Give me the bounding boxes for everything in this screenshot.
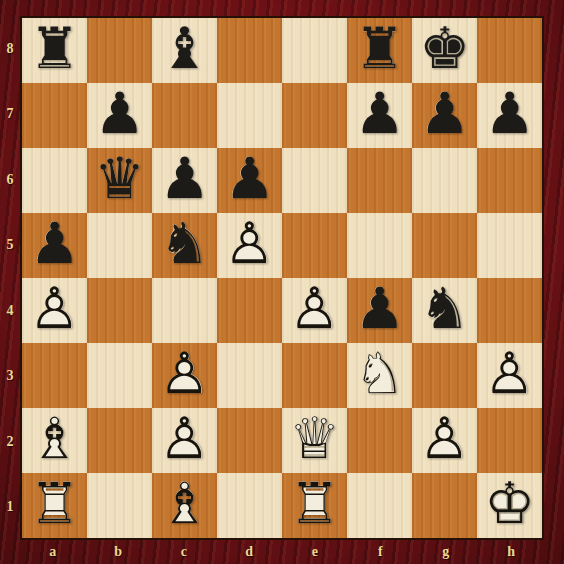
square-b3[interactable] (87, 343, 152, 408)
square-e6[interactable] (282, 148, 347, 213)
white-pawn[interactable]: ♟♙ (282, 278, 347, 343)
black-rook[interactable]: ♖♜ (22, 18, 87, 83)
file-label-d: d (217, 540, 283, 564)
rank-coordinates: 87654321 (0, 16, 20, 540)
square-c5[interactable]: ♘♞ (152, 213, 217, 278)
square-e1[interactable]: ♜♖ (282, 473, 347, 538)
file-label-h: h (479, 540, 545, 564)
square-h2[interactable] (477, 408, 542, 473)
square-a1[interactable]: ♜♖ (22, 473, 87, 538)
square-d3[interactable] (217, 343, 282, 408)
square-a5[interactable]: ♙♟ (22, 213, 87, 278)
board-frame: ♖♜♗♝♖♜♔♚♙♟♙♟♙♟♙♟♕♛♙♟♙♟♙♟♘♞♟♙♟♙♟♙♙♟♘♞♟♙♞♘… (0, 0, 564, 564)
black-pawn[interactable]: ♙♟ (412, 83, 477, 148)
rank-label-6: 6 (0, 147, 20, 213)
square-d2[interactable] (217, 408, 282, 473)
square-a4[interactable]: ♟♙ (22, 278, 87, 343)
black-pawn[interactable]: ♙♟ (87, 83, 152, 148)
white-queen[interactable]: ♛♕ (282, 408, 347, 473)
file-coordinates: abcdefgh (20, 540, 544, 564)
black-pawn[interactable]: ♙♟ (477, 83, 542, 148)
square-c4[interactable] (152, 278, 217, 343)
file-label-e: e (282, 540, 348, 564)
square-b8[interactable] (87, 18, 152, 83)
rank-label-7: 7 (0, 82, 20, 148)
square-g1[interactable] (412, 473, 477, 538)
white-bishop[interactable]: ♝♗ (22, 408, 87, 473)
square-d1[interactable] (217, 473, 282, 538)
square-b1[interactable] (87, 473, 152, 538)
white-pawn[interactable]: ♟♙ (152, 408, 217, 473)
square-a6[interactable] (22, 148, 87, 213)
white-pawn[interactable]: ♟♙ (412, 408, 477, 473)
square-a8[interactable]: ♖♜ (22, 18, 87, 83)
square-c6[interactable]: ♙♟ (152, 148, 217, 213)
square-d5[interactable]: ♟♙ (217, 213, 282, 278)
square-c7[interactable] (152, 83, 217, 148)
chess-board: ♖♜♗♝♖♜♔♚♙♟♙♟♙♟♙♟♕♛♙♟♙♟♙♟♘♞♟♙♟♙♟♙♙♟♘♞♟♙♞♘… (20, 16, 544, 540)
white-rook[interactable]: ♜♖ (22, 473, 87, 538)
black-pawn[interactable]: ♙♟ (347, 83, 412, 148)
black-bishop[interactable]: ♗♝ (152, 18, 217, 83)
square-e4[interactable]: ♟♙ (282, 278, 347, 343)
square-e5[interactable] (282, 213, 347, 278)
square-g7[interactable]: ♙♟ (412, 83, 477, 148)
white-rook[interactable]: ♜♖ (282, 473, 347, 538)
square-f5[interactable] (347, 213, 412, 278)
square-e2[interactable]: ♛♕ (282, 408, 347, 473)
black-pawn[interactable]: ♙♟ (217, 148, 282, 213)
square-h5[interactable] (477, 213, 542, 278)
square-b5[interactable] (87, 213, 152, 278)
square-h3[interactable]: ♟♙ (477, 343, 542, 408)
square-b4[interactable] (87, 278, 152, 343)
file-label-g: g (413, 540, 479, 564)
white-knight[interactable]: ♞♘ (347, 343, 412, 408)
black-pawn[interactable]: ♙♟ (347, 278, 412, 343)
square-d8[interactable] (217, 18, 282, 83)
square-a3[interactable] (22, 343, 87, 408)
rank-label-4: 4 (0, 278, 20, 344)
black-pawn[interactable]: ♙♟ (152, 148, 217, 213)
square-d7[interactable] (217, 83, 282, 148)
square-h4[interactable] (477, 278, 542, 343)
file-label-f: f (348, 540, 414, 564)
rank-label-5: 5 (0, 213, 20, 279)
file-label-a: a (20, 540, 86, 564)
file-label-c: c (151, 540, 217, 564)
white-pawn[interactable]: ♟♙ (477, 343, 542, 408)
square-g3[interactable] (412, 343, 477, 408)
square-g4[interactable]: ♘♞ (412, 278, 477, 343)
black-knight[interactable]: ♘♞ (152, 213, 217, 278)
white-bishop[interactable]: ♝♗ (152, 473, 217, 538)
square-h1[interactable]: ♚♔ (477, 473, 542, 538)
square-b6[interactable]: ♕♛ (87, 148, 152, 213)
square-g6[interactable] (412, 148, 477, 213)
square-f6[interactable] (347, 148, 412, 213)
square-f3[interactable]: ♞♘ (347, 343, 412, 408)
square-f7[interactable]: ♙♟ (347, 83, 412, 148)
square-g5[interactable] (412, 213, 477, 278)
square-b7[interactable]: ♙♟ (87, 83, 152, 148)
white-pawn[interactable]: ♟♙ (217, 213, 282, 278)
square-d4[interactable] (217, 278, 282, 343)
square-c2[interactable]: ♟♙ (152, 408, 217, 473)
square-c8[interactable]: ♗♝ (152, 18, 217, 83)
square-e8[interactable] (282, 18, 347, 83)
square-f4[interactable]: ♙♟ (347, 278, 412, 343)
square-e7[interactable] (282, 83, 347, 148)
square-b2[interactable] (87, 408, 152, 473)
square-g2[interactable]: ♟♙ (412, 408, 477, 473)
white-pawn[interactable]: ♟♙ (22, 278, 87, 343)
square-c3[interactable]: ♟♙ (152, 343, 217, 408)
black-knight[interactable]: ♘♞ (412, 278, 477, 343)
square-h6[interactable] (477, 148, 542, 213)
square-g8[interactable]: ♔♚ (412, 18, 477, 83)
square-d6[interactable]: ♙♟ (217, 148, 282, 213)
black-rook[interactable]: ♖♜ (347, 18, 412, 83)
rank-label-1: 1 (0, 475, 20, 541)
black-queen[interactable]: ♕♛ (87, 148, 152, 213)
rank-label-2: 2 (0, 409, 20, 475)
file-label-b: b (86, 540, 152, 564)
rank-label-3: 3 (0, 344, 20, 410)
square-h7[interactable]: ♙♟ (477, 83, 542, 148)
white-king[interactable]: ♚♔ (477, 473, 542, 538)
rank-label-8: 8 (0, 16, 20, 82)
square-a2[interactable]: ♝♗ (22, 408, 87, 473)
square-f8[interactable]: ♖♜ (347, 18, 412, 83)
square-f1[interactable] (347, 473, 412, 538)
square-h8[interactable] (477, 18, 542, 83)
square-c1[interactable]: ♝♗ (152, 473, 217, 538)
square-f2[interactable] (347, 408, 412, 473)
square-e3[interactable] (282, 343, 347, 408)
white-pawn[interactable]: ♟♙ (152, 343, 217, 408)
black-king[interactable]: ♔♚ (412, 18, 477, 83)
black-pawn[interactable]: ♙♟ (22, 213, 87, 278)
square-a7[interactable] (22, 83, 87, 148)
